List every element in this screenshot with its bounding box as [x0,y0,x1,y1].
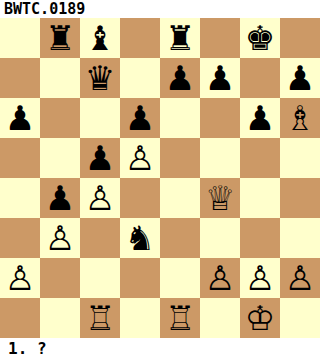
square-b3[interactable]: ♙ [40,218,80,258]
square-b5[interactable] [40,138,80,178]
square-c8[interactable]: ♝ [80,18,120,58]
square-c5[interactable]: ♟ [80,138,120,178]
square-a1[interactable] [0,298,40,338]
square-g8[interactable]: ♚ [240,18,280,58]
square-c2[interactable] [80,258,120,298]
square-a4[interactable] [0,178,40,218]
square-h2[interactable]: ♙ [280,258,320,298]
puzzle-id-title: BWTC.0189 [0,0,85,18]
square-d2[interactable] [120,258,160,298]
square-d6[interactable]: ♟ [120,98,160,138]
piece-white-pawn-b3[interactable]: ♙ [45,218,75,258]
square-g1[interactable]: ♔ [240,298,280,338]
square-e8[interactable]: ♜ [160,18,200,58]
piece-black-rook-b8[interactable]: ♜ [45,18,75,58]
piece-white-king-g1[interactable]: ♔ [245,298,275,338]
piece-white-queen-f4[interactable]: ♕ [205,178,235,218]
square-d4[interactable] [120,178,160,218]
square-a8[interactable] [0,18,40,58]
square-c7[interactable]: ♛ [80,58,120,98]
square-g2[interactable]: ♙ [240,258,280,298]
piece-white-pawn-f2[interactable]: ♙ [205,258,235,298]
square-c3[interactable] [80,218,120,258]
piece-white-pawn-h2[interactable]: ♙ [285,258,315,298]
piece-white-bishop-h6[interactable]: ♗ [285,98,315,138]
piece-white-rook-c1[interactable]: ♖ [85,298,115,338]
square-e3[interactable] [160,218,200,258]
square-h8[interactable] [280,18,320,58]
square-b8[interactable]: ♜ [40,18,80,58]
square-a5[interactable] [0,138,40,178]
square-e1[interactable]: ♖ [160,298,200,338]
square-h7[interactable]: ♟ [280,58,320,98]
piece-black-pawn-g6[interactable]: ♟ [245,98,275,138]
piece-black-knight-d3[interactable]: ♞ [125,218,155,258]
square-g4[interactable] [240,178,280,218]
square-f6[interactable] [200,98,240,138]
square-h1[interactable] [280,298,320,338]
piece-black-queen-c7[interactable]: ♛ [85,58,115,98]
square-d5[interactable]: ♙ [120,138,160,178]
piece-black-pawn-h7[interactable]: ♟ [285,58,315,98]
square-g3[interactable] [240,218,280,258]
piece-black-bishop-c8[interactable]: ♝ [85,18,115,58]
square-d7[interactable] [120,58,160,98]
square-f4[interactable]: ♕ [200,178,240,218]
square-e5[interactable] [160,138,200,178]
square-e7[interactable]: ♟ [160,58,200,98]
square-a6[interactable]: ♟ [0,98,40,138]
square-e6[interactable] [160,98,200,138]
piece-black-king-g8[interactable]: ♚ [245,18,275,58]
square-g7[interactable] [240,58,280,98]
move-prompt: 1. ? [0,338,47,360]
square-h4[interactable] [280,178,320,218]
square-e4[interactable] [160,178,200,218]
piece-black-pawn-f7[interactable]: ♟ [205,58,235,98]
square-b7[interactable] [40,58,80,98]
square-a7[interactable] [0,58,40,98]
square-d8[interactable] [120,18,160,58]
piece-black-pawn-e7[interactable]: ♟ [165,58,195,98]
piece-black-rook-e8[interactable]: ♜ [165,18,195,58]
piece-white-pawn-c4[interactable]: ♙ [85,178,115,218]
diagram-header: BWTC.0189 [0,0,320,18]
square-g5[interactable] [240,138,280,178]
square-b6[interactable] [40,98,80,138]
piece-black-pawn-a6[interactable]: ♟ [5,98,35,138]
diagram-footer: 1. ? [0,338,320,360]
piece-black-pawn-c5[interactable]: ♟ [85,138,115,178]
square-f3[interactable] [200,218,240,258]
piece-black-pawn-b4[interactable]: ♟ [45,178,75,218]
square-b4[interactable]: ♟ [40,178,80,218]
square-f2[interactable]: ♙ [200,258,240,298]
piece-white-pawn-a2[interactable]: ♙ [5,258,35,298]
square-e2[interactable] [160,258,200,298]
square-h5[interactable] [280,138,320,178]
piece-white-pawn-g2[interactable]: ♙ [245,258,275,298]
square-d1[interactable] [120,298,160,338]
square-h3[interactable] [280,218,320,258]
square-b1[interactable] [40,298,80,338]
piece-black-pawn-d6[interactable]: ♟ [125,98,155,138]
square-f7[interactable]: ♟ [200,58,240,98]
piece-white-rook-e1[interactable]: ♖ [165,298,195,338]
square-c1[interactable]: ♖ [80,298,120,338]
square-c4[interactable]: ♙ [80,178,120,218]
square-c6[interactable] [80,98,120,138]
piece-white-pawn-d5[interactable]: ♙ [125,138,155,178]
square-g6[interactable]: ♟ [240,98,280,138]
square-a3[interactable] [0,218,40,258]
square-b2[interactable] [40,258,80,298]
chess-board: ♜♝♜♚♛♟♟♟♟♟♟♗♟♙♟♙♕♙♞♙♙♙♙♖♖♔ [0,18,320,338]
square-f1[interactable] [200,298,240,338]
square-f8[interactable] [200,18,240,58]
square-d3[interactable]: ♞ [120,218,160,258]
square-h6[interactable]: ♗ [280,98,320,138]
square-f5[interactable] [200,138,240,178]
chess-diagram: BWTC.0189 ♜♝♜♚♛♟♟♟♟♟♟♗♟♙♟♙♕♙♞♙♙♙♙♖♖♔ 1. … [0,0,320,360]
square-a2[interactable]: ♙ [0,258,40,298]
